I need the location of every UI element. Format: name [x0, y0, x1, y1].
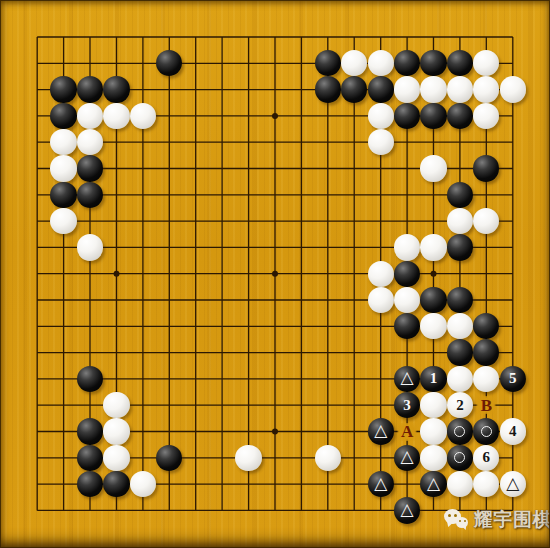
stone-white-2-3	[77, 103, 103, 129]
stone-white-4-17	[130, 471, 156, 497]
stone-black-16-12	[447, 339, 473, 365]
stone-black-16-6	[447, 182, 473, 208]
stone-white-13-10	[368, 287, 394, 313]
stone-black-11-2	[315, 76, 341, 102]
go-diagram: △1532B△A4△6△△△△ 耀宇围棋	[0, 0, 550, 548]
circle-mark	[454, 426, 465, 437]
stone-white-1-4	[50, 129, 76, 155]
stone-white-13-9	[368, 261, 394, 287]
stone-black-17-5	[473, 155, 499, 181]
stone-black-15-10	[420, 287, 446, 313]
stone-black-5-1	[156, 50, 182, 76]
stone-white-3-3	[103, 103, 129, 129]
stone-black-12-2	[341, 76, 367, 102]
stone-white-15-14	[420, 392, 446, 418]
stone-black-3-17	[103, 471, 129, 497]
watermark-text: 耀宇围棋	[474, 507, 550, 533]
stone-black-14-13: △	[394, 366, 420, 392]
stone-black-17-11	[473, 313, 499, 339]
triangle-mark: △	[374, 475, 387, 492]
stone-black-15-3	[420, 103, 446, 129]
stone-white-13-4	[368, 129, 394, 155]
stone-white-18-17: △	[500, 471, 526, 497]
stone-black-13-15: △	[368, 418, 394, 444]
stone-white-17-17	[473, 471, 499, 497]
stone-white-1-7	[50, 208, 76, 234]
triangle-mark: △	[401, 448, 414, 465]
stone-white-16-17	[447, 471, 473, 497]
stone-black-16-15	[447, 418, 473, 444]
stone-white-15-2	[420, 76, 446, 102]
stone-black-16-8	[447, 234, 473, 260]
stone-white-17-3	[473, 103, 499, 129]
stone-black-2-5	[77, 155, 103, 181]
stone-white-18-15: 4	[500, 418, 526, 444]
stone-black-14-1	[394, 50, 420, 76]
stone-black-16-1	[447, 50, 473, 76]
stone-white-1-5	[50, 155, 76, 181]
stone-black-14-9	[394, 261, 420, 287]
stone-black-15-1	[420, 50, 446, 76]
stone-white-13-1	[368, 50, 394, 76]
stone-black-15-17: △	[420, 471, 446, 497]
stone-white-15-11	[420, 313, 446, 339]
circle-mark	[481, 426, 492, 437]
stone-black-5-16	[156, 445, 182, 471]
stone-white-16-13	[447, 366, 473, 392]
stone-black-2-17	[77, 471, 103, 497]
stone-white-2-8	[77, 234, 103, 260]
stone-white-17-16: 6	[473, 445, 499, 471]
stone-black-2-16	[77, 445, 103, 471]
stone-white-17-7	[473, 208, 499, 234]
stone-white-12-1	[341, 50, 367, 76]
stone-black-15-13: 1	[420, 366, 446, 392]
stone-white-17-1	[473, 50, 499, 76]
stone-white-16-11	[447, 313, 473, 339]
stone-black-14-11	[394, 313, 420, 339]
triangle-mark: △	[401, 501, 414, 518]
circle-mark	[454, 452, 465, 463]
move-number-4: 4	[509, 424, 517, 439]
stone-white-15-8	[420, 234, 446, 260]
point-label-A: A	[398, 423, 417, 441]
stone-black-1-6	[50, 182, 76, 208]
stone-black-16-16	[447, 445, 473, 471]
stone-white-18-2	[500, 76, 526, 102]
stone-white-15-15	[420, 418, 446, 444]
watermark: 耀宇围棋	[443, 506, 550, 534]
stone-white-4-3	[130, 103, 156, 129]
stone-black-14-16: △	[394, 445, 420, 471]
stone-white-8-16	[235, 445, 261, 471]
stone-white-3-15	[103, 418, 129, 444]
stone-black-17-15	[473, 418, 499, 444]
stone-white-2-4	[77, 129, 103, 155]
stone-black-2-13	[77, 366, 103, 392]
stone-white-3-14	[103, 392, 129, 418]
move-number-6: 6	[483, 450, 491, 465]
wechat-icon	[443, 506, 471, 534]
stone-white-11-16	[315, 445, 341, 471]
point-label-B: B	[477, 396, 496, 414]
stone-black-13-2	[368, 76, 394, 102]
stone-black-2-15	[77, 418, 103, 444]
stone-white-17-2	[473, 76, 499, 102]
stone-black-14-18: △	[394, 497, 420, 523]
triangle-mark: △	[374, 422, 387, 439]
move-number-3: 3	[403, 398, 411, 413]
triangle-mark: △	[401, 369, 414, 386]
stone-white-16-14: 2	[447, 392, 473, 418]
stone-white-14-10	[394, 287, 420, 313]
stone-black-2-6	[77, 182, 103, 208]
stone-white-16-2	[447, 76, 473, 102]
stone-black-17-12	[473, 339, 499, 365]
stone-black-3-2	[103, 76, 129, 102]
stone-white-14-2	[394, 76, 420, 102]
stone-black-1-3	[50, 103, 76, 129]
triangle-mark: △	[506, 475, 519, 492]
go-board[interactable]: △1532B△A4△6△△△△	[0, 0, 550, 548]
stone-white-13-3	[368, 103, 394, 129]
stone-black-14-14: 3	[394, 392, 420, 418]
move-number-5: 5	[509, 371, 517, 386]
stone-black-1-2	[50, 76, 76, 102]
stone-white-17-13	[473, 366, 499, 392]
stone-white-15-5	[420, 155, 446, 181]
stone-white-15-16	[420, 445, 446, 471]
stone-black-11-1	[315, 50, 341, 76]
stone-black-14-3	[394, 103, 420, 129]
stone-white-16-7	[447, 208, 473, 234]
stone-white-3-16	[103, 445, 129, 471]
stone-black-18-13: 5	[500, 366, 526, 392]
stone-black-13-17: △	[368, 471, 394, 497]
stone-black-16-3	[447, 103, 473, 129]
stone-black-2-2	[77, 76, 103, 102]
stone-black-16-10	[447, 287, 473, 313]
move-number-2: 2	[456, 398, 464, 413]
triangle-mark: △	[427, 475, 440, 492]
move-number-1: 1	[430, 371, 438, 386]
stone-white-14-8	[394, 234, 420, 260]
